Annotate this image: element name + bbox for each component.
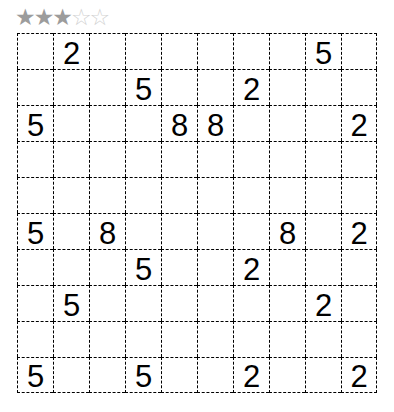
empty-cell[interactable]	[341, 69, 377, 105]
empty-cell[interactable]	[53, 141, 89, 177]
clue-cell[interactable]: 2	[341, 357, 377, 393]
empty-cell[interactable]	[233, 285, 269, 321]
empty-cell[interactable]	[53, 249, 89, 285]
empty-cell[interactable]	[233, 141, 269, 177]
empty-cell[interactable]	[161, 357, 197, 393]
empty-cell[interactable]	[233, 33, 269, 69]
empty-cell[interactable]	[125, 213, 161, 249]
empty-cell[interactable]	[89, 321, 125, 357]
empty-cell[interactable]	[197, 141, 233, 177]
empty-cell[interactable]	[341, 321, 377, 357]
empty-cell[interactable]	[305, 321, 341, 357]
empty-cell[interactable]	[161, 213, 197, 249]
empty-cell[interactable]	[125, 177, 161, 213]
empty-cell[interactable]	[161, 141, 197, 177]
empty-cell[interactable]	[305, 177, 341, 213]
empty-cell[interactable]	[233, 321, 269, 357]
empty-cell[interactable]	[305, 105, 341, 141]
empty-cell[interactable]	[197, 357, 233, 393]
star-filled-icon: ★	[34, 4, 53, 30]
empty-cell[interactable]	[341, 141, 377, 177]
empty-cell[interactable]	[233, 105, 269, 141]
clue-cell[interactable]: 2	[305, 285, 341, 321]
empty-cell[interactable]	[89, 141, 125, 177]
empty-cell[interactable]	[197, 33, 233, 69]
empty-cell[interactable]	[269, 249, 305, 285]
clue-cell[interactable]: 8	[89, 213, 125, 249]
empty-cell[interactable]	[341, 285, 377, 321]
empty-cell[interactable]	[161, 33, 197, 69]
clue-cell[interactable]: 8	[269, 213, 305, 249]
clue-cell[interactable]: 2	[53, 33, 89, 69]
clue-cell[interactable]: 5	[125, 69, 161, 105]
empty-cell[interactable]	[269, 177, 305, 213]
empty-cell[interactable]	[125, 285, 161, 321]
empty-cell[interactable]	[161, 321, 197, 357]
empty-cell[interactable]	[197, 177, 233, 213]
empty-cell[interactable]	[269, 141, 305, 177]
empty-cell[interactable]	[341, 249, 377, 285]
clue-cell[interactable]: 5	[53, 285, 89, 321]
empty-cell[interactable]	[17, 285, 53, 321]
empty-cell[interactable]	[17, 141, 53, 177]
empty-cell[interactable]	[89, 285, 125, 321]
empty-cell[interactable]	[161, 285, 197, 321]
empty-cell[interactable]	[125, 321, 161, 357]
difficulty-rating: ★★★☆☆	[15, 4, 108, 30]
empty-cell[interactable]	[305, 357, 341, 393]
empty-cell[interactable]	[17, 33, 53, 69]
empty-cell[interactable]	[197, 69, 233, 105]
empty-cell[interactable]	[269, 105, 305, 141]
empty-cell[interactable]	[125, 33, 161, 69]
clue-cell[interactable]: 8	[197, 105, 233, 141]
empty-cell[interactable]	[161, 177, 197, 213]
empty-cell[interactable]	[89, 33, 125, 69]
empty-cell[interactable]	[305, 213, 341, 249]
empty-cell[interactable]	[89, 177, 125, 213]
empty-cell[interactable]	[17, 177, 53, 213]
empty-cell[interactable]	[125, 141, 161, 177]
clue-cell[interactable]: 2	[341, 213, 377, 249]
clue-cell[interactable]: 2	[233, 357, 269, 393]
empty-cell[interactable]	[341, 177, 377, 213]
empty-cell[interactable]	[53, 69, 89, 105]
empty-cell[interactable]	[161, 249, 197, 285]
empty-cell[interactable]	[197, 321, 233, 357]
empty-cell[interactable]	[53, 321, 89, 357]
empty-cell[interactable]	[269, 357, 305, 393]
empty-cell[interactable]	[125, 105, 161, 141]
empty-cell[interactable]	[17, 321, 53, 357]
empty-cell[interactable]	[17, 249, 53, 285]
empty-cell[interactable]	[341, 33, 377, 69]
empty-cell[interactable]	[233, 177, 269, 213]
empty-cell[interactable]	[89, 249, 125, 285]
clue-cell[interactable]: 2	[341, 105, 377, 141]
empty-cell[interactable]	[305, 69, 341, 105]
empty-cell[interactable]	[53, 105, 89, 141]
empty-cell[interactable]	[89, 357, 125, 393]
empty-cell[interactable]	[269, 33, 305, 69]
clue-cell[interactable]: 2	[233, 249, 269, 285]
clue-cell[interactable]: 5	[17, 357, 53, 393]
clue-cell[interactable]: 5	[17, 213, 53, 249]
empty-cell[interactable]	[305, 141, 341, 177]
empty-cell[interactable]	[53, 357, 89, 393]
star-empty-icon: ☆	[90, 4, 109, 30]
empty-cell[interactable]	[197, 213, 233, 249]
empty-cell[interactable]	[269, 321, 305, 357]
clue-cell[interactable]: 5	[17, 105, 53, 141]
star-filled-icon: ★	[15, 4, 34, 30]
clue-cell[interactable]: 5	[305, 33, 341, 69]
clue-cell[interactable]: 2	[233, 69, 269, 105]
clue-cell[interactable]: 8	[161, 105, 197, 141]
empty-cell[interactable]	[53, 213, 89, 249]
clue-cell[interactable]: 5	[125, 357, 161, 393]
empty-cell[interactable]	[197, 285, 233, 321]
empty-cell[interactable]	[53, 177, 89, 213]
empty-cell[interactable]	[269, 285, 305, 321]
empty-cell[interactable]	[269, 69, 305, 105]
star-empty-icon: ☆	[71, 4, 90, 30]
empty-cell[interactable]	[17, 69, 53, 105]
empty-cell[interactable]	[89, 105, 125, 141]
empty-cell[interactable]	[305, 249, 341, 285]
empty-cell[interactable]	[89, 69, 125, 105]
clue-cell[interactable]: 5	[125, 249, 161, 285]
puzzle-board: 25525882588252525522	[17, 33, 377, 393]
star-filled-icon: ★	[52, 4, 71, 30]
empty-cell[interactable]	[161, 69, 197, 105]
empty-cell[interactable]	[233, 213, 269, 249]
empty-cell[interactable]	[197, 249, 233, 285]
